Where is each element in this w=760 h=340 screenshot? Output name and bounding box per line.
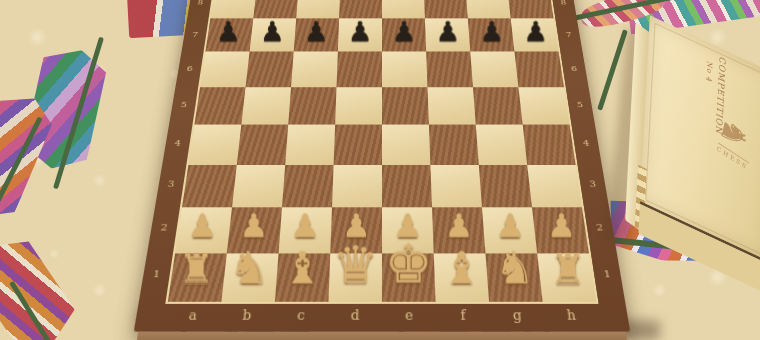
piece-white-knight-g1[interactable]: ♞ — [495, 245, 535, 289]
piece-white-bishop-c1[interactable]: ♝ — [283, 245, 323, 289]
piece-white-bishop-f1[interactable]: ♝ — [442, 245, 482, 289]
piece-black-pawn-d7[interactable]: ♟ — [348, 18, 373, 45]
piece-white-rook-a1[interactable]: ♜ — [178, 250, 214, 290]
piece-black-pawn-f7[interactable]: ♟ — [436, 18, 461, 45]
piece-black-pawn-b7[interactable]: ♟ — [260, 18, 285, 45]
piece-black-knight-b8[interactable]: ♞ — [259, 0, 291, 12]
piece-black-queen-d8[interactable]: ♛ — [342, 0, 379, 12]
piece-black-pawn-g7[interactable]: ♟ — [479, 18, 504, 45]
piece-black-pawn-e7[interactable]: ♟ — [392, 18, 417, 45]
pieces-layer: ♜♞♝♛♚♝♞♜♟♟♟♟♟♟♟♟♟♟♟♟♟♟♟♟♜♞♝♛♚♝♞♜ — [134, 0, 631, 332]
box-set-number: No 4 — [702, 60, 713, 131]
piece-white-pawn-c2[interactable]: ♟ — [291, 210, 320, 242]
piece-white-pawn-a2[interactable]: ♟ — [188, 210, 217, 242]
piece-black-rook-h8[interactable]: ♜ — [517, 0, 546, 12]
piece-white-king-e1[interactable]: ♚ — [385, 236, 433, 289]
piece-white-rook-h1[interactable]: ♜ — [550, 250, 586, 290]
piece-black-king-e8[interactable]: ♚ — [384, 0, 422, 12]
box-lid-text: No 4 COMPETITION — [702, 50, 728, 137]
piece-white-pawn-g2[interactable]: ♟ — [496, 210, 525, 242]
board-side-edge — [135, 332, 628, 340]
piece-white-pawn-b2[interactable]: ♟ — [239, 210, 268, 242]
knight-stamp-icon: ♞ — [715, 111, 752, 157]
piece-white-pawn-f2[interactable]: ♟ — [445, 210, 474, 242]
box-stamp-text: CHESS — [716, 142, 749, 170]
piece-black-pawn-a7[interactable]: ♟ — [216, 18, 241, 45]
box-label: COMPETITION — [714, 55, 728, 137]
piece-black-bishop-c8[interactable]: ♝ — [302, 0, 334, 12]
piece-white-pawn-h2[interactable]: ♟ — [547, 210, 576, 242]
piece-black-pawn-h7[interactable]: ♟ — [523, 18, 548, 45]
piece-white-queen-d1[interactable]: ♛ — [333, 239, 379, 290]
piece-white-knight-b1[interactable]: ♞ — [229, 245, 269, 289]
piece-black-pawn-c7[interactable]: ♟ — [304, 18, 329, 45]
piece-black-rook-a8[interactable]: ♜ — [218, 0, 247, 12]
chess-box[interactable]: No 4 COMPETITION ♞ CHESS — [624, 14, 760, 243]
chess-board: 87654321 87654321 abcdefgh ♜♞♝♛♚♝♞♜♟♟♟♟♟… — [134, 0, 631, 332]
piece-black-bishop-f8[interactable]: ♝ — [430, 0, 462, 12]
box-stamp: ♞ CHESS — [693, 101, 760, 220]
table-scene: 87654321 87654321 abcdefgh ♜♞♝♛♚♝♞♜♟♟♟♟♟… — [0, 0, 760, 340]
piece-black-knight-g8[interactable]: ♞ — [473, 0, 505, 12]
